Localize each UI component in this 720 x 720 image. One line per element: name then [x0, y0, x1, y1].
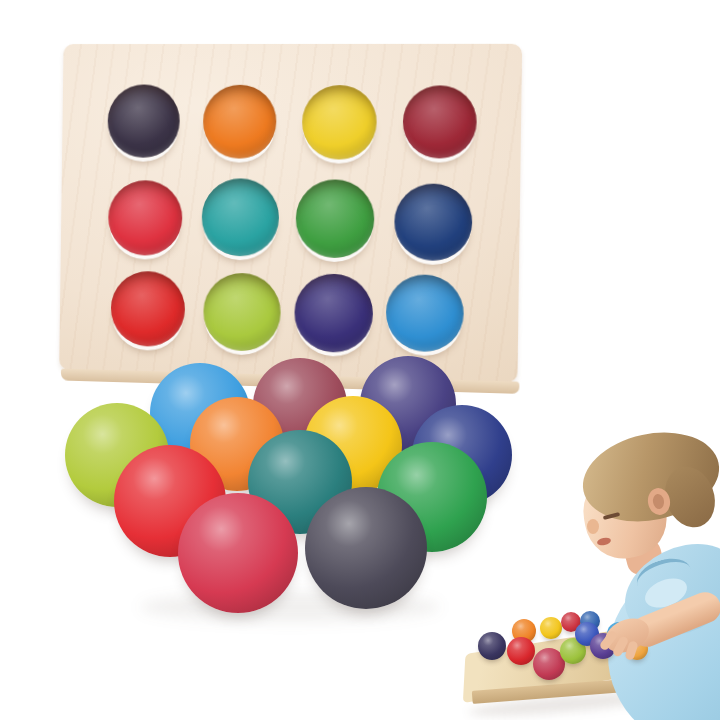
product-photo: [0, 0, 720, 720]
tray-ball-red: [507, 637, 535, 665]
hole-r3c3-indigo: [294, 273, 373, 353]
loose-ball-charcoal: [305, 487, 427, 609]
hole-r2c2-teal: [201, 178, 279, 257]
hole-r2c4-navy-blue: [394, 183, 473, 261]
tray-ball-dark-navy: [478, 632, 506, 660]
hole-r1c4-dark-red: [402, 85, 477, 158]
hole-r3c1-red: [110, 271, 185, 348]
hole-r3c2-lime-green: [203, 272, 281, 351]
tray-ball-yellow: [540, 617, 562, 639]
hole-r1c2-orange: [203, 85, 277, 159]
sorting-board: [59, 44, 522, 383]
hole-r2c3-green: [295, 179, 374, 258]
hole-r1c3-yellow: [302, 85, 377, 160]
hole-r2c1-red: [108, 180, 183, 256]
loose-ball-crimson: [178, 493, 298, 613]
child-nose: [587, 519, 599, 534]
hole-r1c1-black-navy: [107, 84, 180, 158]
hole-r3c4-sky-blue: [386, 274, 465, 353]
